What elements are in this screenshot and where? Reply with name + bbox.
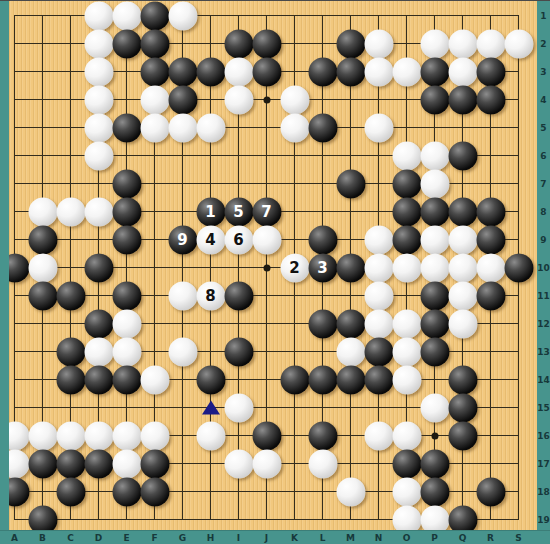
stone-white[interactable] bbox=[448, 29, 477, 58]
stone-white[interactable] bbox=[84, 337, 113, 366]
stone-black[interactable] bbox=[336, 365, 365, 394]
column-label: E bbox=[123, 533, 129, 543]
stone-white[interactable] bbox=[112, 337, 141, 366]
stone-black[interactable] bbox=[448, 393, 477, 422]
stone-black[interactable] bbox=[448, 141, 477, 170]
stone-white[interactable] bbox=[420, 253, 449, 282]
stone-black[interactable] bbox=[56, 281, 85, 310]
stone-white[interactable] bbox=[56, 421, 85, 450]
stone-black[interactable] bbox=[28, 225, 57, 254]
stone-white[interactable] bbox=[392, 309, 421, 338]
stone-white[interactable] bbox=[224, 85, 253, 114]
stone-white[interactable] bbox=[84, 197, 113, 226]
stone-white[interactable] bbox=[168, 1, 197, 30]
stone-black[interactable] bbox=[308, 57, 337, 86]
stone-black[interactable] bbox=[364, 337, 393, 366]
stone-white[interactable] bbox=[168, 337, 197, 366]
stone-white[interactable] bbox=[84, 85, 113, 114]
stone-white[interactable] bbox=[364, 253, 393, 282]
row-label: 10 bbox=[537, 263, 550, 273]
move-number-label: 5 bbox=[233, 204, 243, 219]
column-label: L bbox=[320, 533, 326, 543]
column-label: R bbox=[487, 533, 494, 543]
stone-white[interactable] bbox=[448, 253, 477, 282]
stone-black[interactable]: 5 bbox=[224, 197, 253, 226]
stone-white[interactable] bbox=[196, 421, 225, 450]
stone-black[interactable] bbox=[476, 85, 505, 114]
stone-white[interactable] bbox=[140, 85, 169, 114]
stone-black[interactable] bbox=[392, 197, 421, 226]
stone-white[interactable] bbox=[420, 141, 449, 170]
stone-white[interactable] bbox=[84, 421, 113, 450]
stone-white[interactable] bbox=[168, 113, 197, 142]
move-number-label: 4 bbox=[205, 232, 215, 247]
stone-black[interactable] bbox=[140, 1, 169, 30]
stone-black[interactable] bbox=[308, 225, 337, 254]
stone-white[interactable] bbox=[28, 253, 57, 282]
row-label: 7 bbox=[540, 179, 546, 189]
stone-white[interactable] bbox=[252, 449, 281, 478]
stone-white[interactable] bbox=[364, 281, 393, 310]
stone-black[interactable] bbox=[420, 197, 449, 226]
stone-white[interactable] bbox=[252, 225, 281, 254]
stone-white[interactable] bbox=[476, 253, 505, 282]
stone-white[interactable] bbox=[112, 309, 141, 338]
stone-black[interactable] bbox=[420, 309, 449, 338]
stone-white[interactable] bbox=[280, 113, 309, 142]
stone-white[interactable] bbox=[364, 225, 393, 254]
stone-black[interactable] bbox=[336, 253, 365, 282]
stone-black[interactable] bbox=[84, 449, 113, 478]
stone-black[interactable]: 9 bbox=[168, 225, 197, 254]
stone-black[interactable] bbox=[140, 449, 169, 478]
stone-black[interactable] bbox=[308, 421, 337, 450]
column-label: D bbox=[95, 533, 102, 543]
stone-white[interactable] bbox=[392, 477, 421, 506]
stone-white[interactable] bbox=[392, 57, 421, 86]
stone-black[interactable] bbox=[476, 197, 505, 226]
move-number-label: 9 bbox=[177, 232, 187, 247]
stone-black[interactable] bbox=[336, 169, 365, 198]
stone-black[interactable] bbox=[112, 197, 141, 226]
row-label: 16 bbox=[537, 431, 550, 441]
stone-black[interactable] bbox=[420, 85, 449, 114]
stone-black[interactable] bbox=[224, 281, 253, 310]
star-point bbox=[263, 96, 270, 103]
stone-black[interactable] bbox=[336, 57, 365, 86]
stone-black[interactable] bbox=[112, 113, 141, 142]
move-number-label: 8 bbox=[205, 288, 215, 303]
column-label: F bbox=[151, 533, 157, 543]
triangle-marker bbox=[202, 400, 220, 414]
go-board[interactable]: 157946238 bbox=[9, 1, 537, 530]
stone-white[interactable] bbox=[168, 281, 197, 310]
stone-white[interactable] bbox=[336, 477, 365, 506]
stone-black[interactable] bbox=[112, 365, 141, 394]
row-label: 19 bbox=[537, 515, 550, 525]
stone-black[interactable] bbox=[420, 281, 449, 310]
column-label: G bbox=[179, 533, 186, 543]
star-point bbox=[431, 432, 438, 439]
column-label: S bbox=[515, 533, 521, 543]
stone-white[interactable] bbox=[112, 449, 141, 478]
stone-black[interactable] bbox=[420, 449, 449, 478]
stone-white[interactable] bbox=[364, 421, 393, 450]
stone-white[interactable] bbox=[364, 113, 393, 142]
stone-black[interactable] bbox=[84, 309, 113, 338]
stone-black[interactable] bbox=[308, 113, 337, 142]
stone-black[interactable] bbox=[448, 85, 477, 114]
stone-black[interactable] bbox=[56, 449, 85, 478]
stone-black[interactable] bbox=[196, 365, 225, 394]
stone-black[interactable] bbox=[56, 337, 85, 366]
stone-black[interactable] bbox=[28, 449, 57, 478]
stone-black[interactable]: 1 bbox=[196, 197, 225, 226]
stone-black[interactable] bbox=[392, 449, 421, 478]
stone-black[interactable] bbox=[112, 169, 141, 198]
stone-white[interactable] bbox=[84, 57, 113, 86]
stone-black[interactable] bbox=[392, 225, 421, 254]
left-frame-strip bbox=[0, 1, 9, 544]
stone-black[interactable] bbox=[420, 57, 449, 86]
move-number-label: 6 bbox=[233, 232, 243, 247]
row-label: 13 bbox=[537, 347, 550, 357]
row-label-strip: 12345678910111213141516171819 bbox=[537, 1, 550, 544]
stone-white[interactable] bbox=[420, 225, 449, 254]
stone-white[interactable] bbox=[392, 337, 421, 366]
stone-white[interactable] bbox=[336, 337, 365, 366]
stone-white[interactable]: 4 bbox=[196, 225, 225, 254]
stone-black[interactable] bbox=[140, 29, 169, 58]
stone-black[interactable] bbox=[196, 57, 225, 86]
stone-black[interactable] bbox=[140, 477, 169, 506]
stone-white[interactable] bbox=[196, 113, 225, 142]
stone-black[interactable] bbox=[168, 57, 197, 86]
stone-black[interactable] bbox=[476, 281, 505, 310]
stone-white[interactable] bbox=[308, 449, 337, 478]
stone-white[interactable] bbox=[420, 393, 449, 422]
stone-white[interactable] bbox=[392, 421, 421, 450]
stone-black[interactable] bbox=[448, 365, 477, 394]
column-label: J bbox=[265, 533, 268, 543]
stone-white[interactable] bbox=[28, 421, 57, 450]
stone-white[interactable] bbox=[140, 421, 169, 450]
stone-white[interactable] bbox=[84, 1, 113, 30]
stone-white[interactable] bbox=[140, 365, 169, 394]
stone-white[interactable] bbox=[448, 281, 477, 310]
stone-white[interactable] bbox=[448, 309, 477, 338]
stone-white[interactable] bbox=[448, 225, 477, 254]
stone-black[interactable] bbox=[224, 29, 253, 58]
stone-white[interactable] bbox=[392, 365, 421, 394]
row-label: 3 bbox=[540, 67, 546, 77]
stone-white[interactable] bbox=[84, 29, 113, 58]
stone-black[interactable] bbox=[308, 365, 337, 394]
move-number-label: 7 bbox=[261, 204, 271, 219]
column-label: A bbox=[11, 533, 18, 543]
stone-black[interactable] bbox=[476, 477, 505, 506]
column-label: B bbox=[39, 533, 46, 543]
stone-white[interactable] bbox=[224, 449, 253, 478]
stone-black[interactable] bbox=[252, 57, 281, 86]
stone-white[interactable] bbox=[420, 29, 449, 58]
column-label: Q bbox=[459, 533, 467, 543]
stone-white[interactable] bbox=[392, 253, 421, 282]
stone-black[interactable] bbox=[112, 225, 141, 254]
stone-black[interactable] bbox=[420, 477, 449, 506]
row-label: 1 bbox=[540, 11, 546, 21]
stone-black[interactable] bbox=[392, 169, 421, 198]
move-number-label: 3 bbox=[317, 260, 327, 275]
stone-black[interactable] bbox=[336, 29, 365, 58]
stone-black[interactable] bbox=[280, 365, 309, 394]
stone-black[interactable] bbox=[308, 309, 337, 338]
stone-white[interactable] bbox=[476, 29, 505, 58]
column-label: O bbox=[403, 533, 411, 543]
stone-white[interactable] bbox=[420, 169, 449, 198]
stone-white[interactable] bbox=[112, 1, 141, 30]
stone-black[interactable] bbox=[56, 477, 85, 506]
column-label: N bbox=[375, 533, 383, 543]
stone-black[interactable]: 3 bbox=[308, 253, 337, 282]
column-label: M bbox=[346, 533, 355, 543]
row-label: 9 bbox=[540, 235, 546, 245]
column-label-strip: ABCDEFGHIJKLMNOPQRS bbox=[0, 530, 550, 544]
stone-black[interactable] bbox=[364, 365, 393, 394]
column-label: K bbox=[291, 533, 298, 543]
stone-white[interactable] bbox=[504, 29, 533, 58]
row-label: 12 bbox=[537, 319, 550, 329]
move-number-label: 2 bbox=[289, 260, 299, 275]
go-board-screenshot: 157946238 12345678910111213141516171819 … bbox=[0, 0, 550, 544]
stone-white[interactable] bbox=[392, 141, 421, 170]
row-label: 2 bbox=[540, 39, 546, 49]
stone-black[interactable] bbox=[168, 85, 197, 114]
stone-white[interactable] bbox=[224, 57, 253, 86]
stone-white[interactable] bbox=[364, 29, 393, 58]
stone-black[interactable] bbox=[224, 337, 253, 366]
stone-white[interactable]: 2 bbox=[280, 253, 309, 282]
stone-black[interactable] bbox=[336, 309, 365, 338]
row-label: 11 bbox=[537, 291, 550, 301]
column-label: I bbox=[237, 533, 240, 543]
stone-black[interactable] bbox=[504, 253, 533, 282]
stone-black[interactable] bbox=[252, 29, 281, 58]
stone-white[interactable] bbox=[112, 421, 141, 450]
stone-black[interactable] bbox=[252, 421, 281, 450]
stone-black[interactable] bbox=[56, 365, 85, 394]
column-label: C bbox=[67, 533, 74, 543]
row-label: 14 bbox=[537, 375, 550, 385]
column-label: P bbox=[431, 533, 438, 543]
column-label: H bbox=[207, 533, 215, 543]
stone-black[interactable] bbox=[112, 29, 141, 58]
stone-black[interactable] bbox=[112, 477, 141, 506]
stone-black[interactable] bbox=[476, 57, 505, 86]
stone-white[interactable] bbox=[28, 197, 57, 226]
stone-white[interactable] bbox=[448, 57, 477, 86]
stone-black[interactable] bbox=[140, 57, 169, 86]
stone-white[interactable]: 6 bbox=[224, 225, 253, 254]
stone-black[interactable] bbox=[420, 337, 449, 366]
row-label: 8 bbox=[540, 207, 546, 217]
stone-white[interactable] bbox=[140, 113, 169, 142]
stone-black[interactable] bbox=[112, 281, 141, 310]
row-label: 5 bbox=[540, 123, 546, 133]
stone-white[interactable] bbox=[364, 309, 393, 338]
stone-black[interactable] bbox=[28, 281, 57, 310]
stone-white[interactable] bbox=[280, 85, 309, 114]
row-label: 4 bbox=[540, 95, 546, 105]
row-label: 17 bbox=[537, 459, 550, 469]
stone-black[interactable] bbox=[476, 225, 505, 254]
row-label: 18 bbox=[537, 487, 550, 497]
row-label: 15 bbox=[537, 403, 550, 413]
stone-white[interactable] bbox=[56, 197, 85, 226]
row-label: 6 bbox=[540, 151, 546, 161]
stone-white[interactable] bbox=[84, 113, 113, 142]
stone-white[interactable]: 8 bbox=[196, 281, 225, 310]
stone-black[interactable] bbox=[448, 421, 477, 450]
stone-black[interactable] bbox=[448, 197, 477, 226]
stone-black[interactable]: 7 bbox=[252, 197, 281, 226]
stone-white[interactable] bbox=[224, 393, 253, 422]
stone-white[interactable] bbox=[364, 57, 393, 86]
stone-black[interactable] bbox=[84, 365, 113, 394]
star-point bbox=[263, 264, 270, 271]
stone-black[interactable] bbox=[84, 253, 113, 282]
stone-white[interactable] bbox=[84, 141, 113, 170]
move-number-label: 1 bbox=[205, 204, 215, 219]
